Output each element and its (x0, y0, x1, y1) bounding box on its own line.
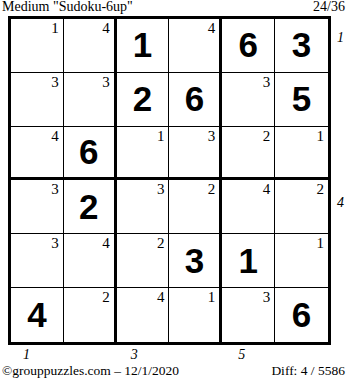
pencil-mark: 4 (208, 21, 216, 36)
pencil-mark: 1 (51, 21, 59, 36)
cell-r5c3[interactable]: 2 (117, 234, 170, 288)
pencil-mark: 3 (263, 290, 271, 305)
cell-r4c5[interactable]: 4 (222, 180, 275, 234)
cell-r5c6[interactable]: 1 (275, 234, 328, 288)
big-digit: 2 (64, 180, 114, 233)
cell-r1c6[interactable]: 3 (275, 19, 328, 73)
pencil-mark: 3 (263, 75, 271, 90)
cell-r3c1[interactable]: 4 (11, 127, 64, 181)
cell-r6c4[interactable]: 1 (169, 288, 222, 342)
cell-r2c4[interactable]: 6 (169, 73, 222, 127)
pencil-mark: 4 (102, 236, 110, 251)
cell-r3c2[interactable]: 6 (64, 127, 117, 181)
big-digit: 6 (275, 288, 328, 342)
big-digit: 3 (169, 234, 219, 287)
pencil-mark: 2 (208, 182, 216, 197)
cell-r6c6[interactable]: 6 (275, 288, 328, 342)
pencil-mark: 2 (263, 129, 271, 144)
cell-r6c5[interactable]: 3 (222, 288, 275, 342)
pencil-mark: 2 (157, 236, 165, 251)
cell-r4c3[interactable]: 3 (117, 180, 170, 234)
pencil-mark: 4 (102, 21, 110, 36)
puzzle-title: Medium "Sudoku-6up" (2, 0, 133, 15)
big-digit: 1 (117, 19, 169, 72)
cell-r4c6[interactable]: 2 (275, 180, 328, 234)
cell-r6c2[interactable]: 2 (64, 288, 117, 342)
cell-r4c4[interactable]: 2 (169, 180, 222, 234)
pencil-mark: 3 (102, 75, 110, 90)
pencil-mark: 1 (208, 290, 216, 305)
cell-r6c1[interactable]: 4 (11, 288, 64, 342)
col-label-5: 5 (238, 348, 245, 362)
big-digit: 3 (275, 19, 328, 72)
cell-r2c6[interactable]: 5 (275, 73, 328, 127)
cell-r3c5[interactable]: 2 (222, 127, 275, 181)
cell-r4c2[interactable]: 2 (64, 180, 117, 234)
pencil-mark: 4 (51, 129, 59, 144)
big-digit: 5 (275, 73, 328, 126)
cell-r5c2[interactable]: 4 (64, 234, 117, 288)
sudoku-grid: 141463332635461321323242342311424136 (8, 16, 331, 345)
cell-r5c5[interactable]: 1 (222, 234, 275, 288)
cell-r1c5[interactable]: 6 (222, 19, 275, 73)
pencil-mark: 1 (316, 129, 324, 144)
big-digit: 1 (222, 234, 274, 287)
big-digit: 6 (222, 19, 274, 72)
cell-r1c2[interactable]: 4 (64, 19, 117, 73)
cell-r3c4[interactable]: 3 (169, 127, 222, 181)
progress-counter: 24/36 (313, 0, 345, 15)
pencil-mark: 3 (51, 75, 59, 90)
pencil-mark: 1 (316, 236, 324, 251)
cell-r4c1[interactable]: 3 (11, 180, 64, 234)
pencil-mark: 3 (208, 129, 216, 144)
cell-r1c1[interactable]: 1 (11, 19, 64, 73)
cell-r5c4[interactable]: 3 (169, 234, 222, 288)
pencil-mark: 3 (51, 182, 59, 197)
cell-r5c1[interactable]: 3 (11, 234, 64, 288)
pencil-mark: 4 (157, 290, 165, 305)
big-digit: 6 (64, 127, 114, 178)
cell-r6c3[interactable]: 4 (117, 288, 170, 342)
cell-r3c6[interactable]: 1 (275, 127, 328, 181)
cell-r2c3[interactable]: 2 (117, 73, 170, 127)
cell-r2c2[interactable]: 3 (64, 73, 117, 127)
row-label-1: 1 (337, 31, 344, 45)
cell-r2c1[interactable]: 3 (11, 73, 64, 127)
big-digit: 2 (117, 73, 169, 126)
pencil-mark: 1 (157, 129, 165, 144)
cell-r2c5[interactable]: 3 (222, 73, 275, 127)
row-label-4: 4 (337, 196, 344, 210)
big-digit: 6 (169, 73, 219, 126)
pencil-mark: 3 (157, 182, 165, 197)
cell-r3c3[interactable]: 1 (117, 127, 170, 181)
col-label-1: 1 (23, 348, 30, 362)
cell-r1c4[interactable]: 4 (169, 19, 222, 73)
difficulty-text: Diff: 4 / 5586 (271, 363, 345, 379)
pencil-mark: 2 (316, 182, 324, 197)
pencil-mark: 2 (102, 290, 110, 305)
copyright-text: ©grouppuzzles.com – 12/1/2020 (2, 363, 179, 379)
col-label-3: 3 (131, 348, 138, 362)
cell-r1c3[interactable]: 1 (117, 19, 170, 73)
big-digit: 4 (11, 288, 63, 342)
pencil-mark: 3 (51, 236, 59, 251)
pencil-mark: 4 (263, 182, 271, 197)
